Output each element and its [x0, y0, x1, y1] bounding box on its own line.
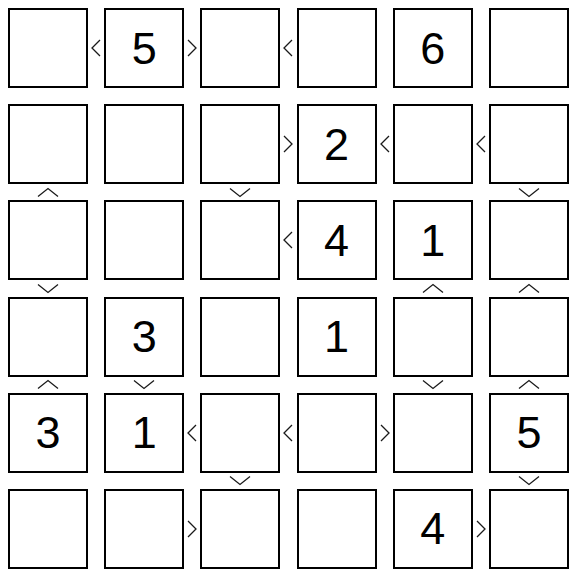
cell-r6c3[interactable] [200, 489, 280, 569]
cell-r1c2[interactable]: 5 [104, 8, 184, 88]
chevron-down-icon [200, 184, 280, 200]
less-than-icon [280, 393, 296, 473]
cell-r6c2[interactable] [104, 489, 184, 569]
less-than-icon [280, 200, 296, 280]
cell-r3c1[interactable] [8, 200, 88, 280]
cell-r6c5[interactable]: 4 [393, 489, 473, 569]
cell-r6c4[interactable] [297, 489, 377, 569]
cell-r1c1[interactable] [8, 8, 88, 88]
cell-r3c3[interactable] [200, 200, 280, 280]
cell-r3c4[interactable]: 4 [297, 200, 377, 280]
greater-than-icon [280, 104, 296, 184]
cell-r3c5[interactable]: 1 [393, 200, 473, 280]
cell-r4c1[interactable] [8, 297, 88, 377]
chevron-up-icon [8, 184, 88, 200]
cell-r1c5[interactable]: 6 [393, 8, 473, 88]
chevron-down-icon [8, 280, 88, 296]
chevron-down-icon [104, 377, 184, 393]
cell-r2c3[interactable] [200, 104, 280, 184]
greater-than-icon [377, 393, 393, 473]
greater-than-icon [184, 8, 200, 88]
cell-r3c6[interactable] [489, 200, 569, 280]
less-than-icon [473, 104, 489, 184]
less-than-icon [184, 393, 200, 473]
cell-r3c2[interactable] [104, 200, 184, 280]
chevron-up-icon [489, 280, 569, 296]
cell-r5c5[interactable] [393, 393, 473, 473]
chevron-up-icon [8, 377, 88, 393]
chevron-down-icon [393, 377, 473, 393]
cell-r4c2[interactable]: 3 [104, 297, 184, 377]
futoshiki-board: 56241313154 [0, 0, 577, 577]
greater-than-icon [473, 489, 489, 569]
cell-r2c5[interactable] [393, 104, 473, 184]
chevron-down-icon [489, 473, 569, 489]
less-than-icon [88, 8, 104, 88]
page: 56241313154 [0, 0, 577, 577]
chevron-up-icon [393, 280, 473, 296]
cell-r2c1[interactable] [8, 104, 88, 184]
cell-r4c3[interactable] [200, 297, 280, 377]
cell-r2c2[interactable] [104, 104, 184, 184]
cell-r2c6[interactable] [489, 104, 569, 184]
cell-r4c5[interactable] [393, 297, 473, 377]
cell-r5c6[interactable]: 5 [489, 393, 569, 473]
cell-r2c4[interactable]: 2 [297, 104, 377, 184]
cell-r1c3[interactable] [200, 8, 280, 88]
chevron-down-icon [200, 473, 280, 489]
cell-r4c6[interactable] [489, 297, 569, 377]
cell-r5c3[interactable] [200, 393, 280, 473]
cell-r1c4[interactable] [297, 8, 377, 88]
cell-r5c4[interactable] [297, 393, 377, 473]
less-than-icon [280, 8, 296, 88]
less-than-icon [377, 104, 393, 184]
cell-r5c1[interactable]: 3 [8, 393, 88, 473]
cell-r4c4[interactable]: 1 [297, 297, 377, 377]
cell-r5c2[interactable]: 1 [104, 393, 184, 473]
cell-r6c6[interactable] [489, 489, 569, 569]
chevron-down-icon [489, 184, 569, 200]
cell-r1c6[interactable] [489, 8, 569, 88]
greater-than-icon [184, 489, 200, 569]
cell-r6c1[interactable] [8, 489, 88, 569]
chevron-up-icon [489, 377, 569, 393]
